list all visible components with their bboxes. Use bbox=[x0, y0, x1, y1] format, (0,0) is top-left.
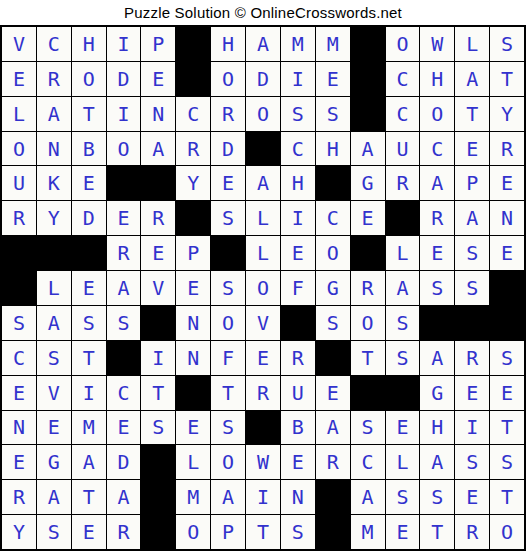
cell-r9c8: V bbox=[246, 306, 280, 340]
cell-r11c4: C bbox=[107, 376, 141, 410]
cell-r5c7: E bbox=[211, 166, 245, 200]
block-r6c12 bbox=[386, 201, 420, 235]
cell-r7c12: L bbox=[386, 236, 420, 270]
cell-r4c2: N bbox=[37, 132, 71, 166]
block-r11c11 bbox=[351, 376, 385, 410]
cell-r15c14: R bbox=[455, 515, 489, 549]
cell-r4c1: O bbox=[2, 132, 36, 166]
cell-r13c14: S bbox=[455, 445, 489, 479]
cell-r4c5: A bbox=[141, 132, 175, 166]
cell-r15c12: E bbox=[386, 515, 420, 549]
block-r8c1 bbox=[2, 271, 36, 305]
cell-r1c10: M bbox=[316, 27, 350, 61]
cell-r1c3: H bbox=[72, 27, 106, 61]
block-r9c5 bbox=[141, 306, 175, 340]
cell-r14c9: N bbox=[281, 480, 315, 514]
cell-r5c12: R bbox=[386, 166, 420, 200]
block-r10c4 bbox=[107, 341, 141, 375]
cell-r3c1: L bbox=[2, 97, 36, 131]
cell-r14c8: I bbox=[246, 480, 280, 514]
cell-r10c2: S bbox=[37, 341, 71, 375]
cell-r3c3: T bbox=[72, 97, 106, 131]
cell-r7c8: L bbox=[246, 236, 280, 270]
cell-r11c15: E bbox=[490, 376, 524, 410]
crossword-grid: VCHIPHAMMOWLSERODEODIECHATLATINCROSSCOTY… bbox=[0, 25, 526, 551]
cell-r11c5: T bbox=[141, 376, 175, 410]
cell-r9c7: O bbox=[211, 306, 245, 340]
cell-r5c2: K bbox=[37, 166, 71, 200]
cell-r12c9: B bbox=[281, 411, 315, 445]
block-r14c10 bbox=[316, 480, 350, 514]
cell-r13c12: L bbox=[386, 445, 420, 479]
cell-r13c1: E bbox=[2, 445, 36, 479]
cell-r2c8: D bbox=[246, 62, 280, 96]
cell-r4c12: U bbox=[386, 132, 420, 166]
cell-r13c6: L bbox=[176, 445, 210, 479]
cell-r1c9: M bbox=[281, 27, 315, 61]
cell-r15c9: S bbox=[281, 515, 315, 549]
cell-r10c1: C bbox=[2, 341, 36, 375]
cell-r8c7: S bbox=[211, 271, 245, 305]
block-r3c11 bbox=[351, 97, 385, 131]
cell-r12c11: S bbox=[351, 411, 385, 445]
cell-r15c4: R bbox=[107, 515, 141, 549]
cell-r6c11: E bbox=[351, 201, 385, 235]
cell-r6c7: S bbox=[211, 201, 245, 235]
cell-r3c7: R bbox=[211, 97, 245, 131]
block-r7c1 bbox=[2, 236, 36, 270]
cell-r13c4: D bbox=[107, 445, 141, 479]
cell-r8c9: F bbox=[281, 271, 315, 305]
cell-r10c6: N bbox=[176, 341, 210, 375]
cell-r2c4: D bbox=[107, 62, 141, 96]
cell-r2c13: H bbox=[420, 62, 454, 96]
block-r10c10 bbox=[316, 341, 350, 375]
cell-r12c3: M bbox=[72, 411, 106, 445]
cell-r11c3: I bbox=[72, 376, 106, 410]
cell-r9c6: N bbox=[176, 306, 210, 340]
crossword-solution-page: Puzzle Solution © OnlineCrosswords.net V… bbox=[0, 0, 526, 551]
cell-r2c7: O bbox=[211, 62, 245, 96]
block-r11c12 bbox=[386, 376, 420, 410]
cell-r15c11: M bbox=[351, 515, 385, 549]
cell-r12c14: I bbox=[455, 411, 489, 445]
cell-r10c3: T bbox=[72, 341, 106, 375]
cell-r13c15: S bbox=[490, 445, 524, 479]
cell-r3c12: C bbox=[386, 97, 420, 131]
cell-r7c14: S bbox=[455, 236, 489, 270]
cell-r14c3: T bbox=[72, 480, 106, 514]
cell-r11c1: E bbox=[2, 376, 36, 410]
block-r7c11 bbox=[351, 236, 385, 270]
cell-r8c3: E bbox=[72, 271, 106, 305]
cell-r6c9: I bbox=[281, 201, 315, 235]
cell-r2c2: R bbox=[37, 62, 71, 96]
cell-r14c1: R bbox=[2, 480, 36, 514]
cell-r7c5: E bbox=[141, 236, 175, 270]
block-r8c15 bbox=[490, 271, 524, 305]
cell-r9c4: S bbox=[107, 306, 141, 340]
cell-r10c5: I bbox=[141, 341, 175, 375]
cell-r11c13: G bbox=[420, 376, 454, 410]
cell-r1c2: C bbox=[37, 27, 71, 61]
cell-r8c6: E bbox=[176, 271, 210, 305]
cell-r3c5: N bbox=[141, 97, 175, 131]
cell-r7c9: E bbox=[281, 236, 315, 270]
cell-r4c15: R bbox=[490, 132, 524, 166]
cell-r9c2: A bbox=[37, 306, 71, 340]
cell-r4c13: C bbox=[420, 132, 454, 166]
cell-r7c10: O bbox=[316, 236, 350, 270]
cell-r7c13: E bbox=[420, 236, 454, 270]
cell-r8c8: O bbox=[246, 271, 280, 305]
block-r7c2 bbox=[37, 236, 71, 270]
cell-r7c15: E bbox=[490, 236, 524, 270]
cell-r5c13: A bbox=[420, 166, 454, 200]
block-r13c5 bbox=[141, 445, 175, 479]
cell-r12c12: E bbox=[386, 411, 420, 445]
cell-r6c2: Y bbox=[37, 201, 71, 235]
cell-r13c3: A bbox=[72, 445, 106, 479]
cell-r8c4: A bbox=[107, 271, 141, 305]
cell-r11c7: T bbox=[211, 376, 245, 410]
cell-r6c3: D bbox=[72, 201, 106, 235]
block-r9c14 bbox=[455, 306, 489, 340]
cell-r5c9: H bbox=[281, 166, 315, 200]
cell-r1c12: O bbox=[386, 27, 420, 61]
block-r12c8 bbox=[246, 411, 280, 445]
cell-r8c2: L bbox=[37, 271, 71, 305]
cell-r9c12: S bbox=[386, 306, 420, 340]
block-r7c7 bbox=[211, 236, 245, 270]
cell-r13c9: E bbox=[281, 445, 315, 479]
cell-r8c11: R bbox=[351, 271, 385, 305]
cell-r10c8: E bbox=[246, 341, 280, 375]
cell-r10c9: R bbox=[281, 341, 315, 375]
cell-r10c11: T bbox=[351, 341, 385, 375]
cell-r11c14: E bbox=[455, 376, 489, 410]
block-r5c10 bbox=[316, 166, 350, 200]
block-r14c5 bbox=[141, 480, 175, 514]
cell-r14c15: T bbox=[490, 480, 524, 514]
cell-r15c8: T bbox=[246, 515, 280, 549]
cell-r4c4: O bbox=[107, 132, 141, 166]
cell-r12c13: H bbox=[420, 411, 454, 445]
cell-r3c14: T bbox=[455, 97, 489, 131]
cell-r2c3: O bbox=[72, 62, 106, 96]
cell-r9c11: O bbox=[351, 306, 385, 340]
cell-r3c15: Y bbox=[490, 97, 524, 131]
cell-r15c7: P bbox=[211, 515, 245, 549]
cell-r12c6: E bbox=[176, 411, 210, 445]
cell-r6c5: R bbox=[141, 201, 175, 235]
cell-r15c13: T bbox=[420, 515, 454, 549]
cell-r11c9: U bbox=[281, 376, 315, 410]
cell-r4c11: A bbox=[351, 132, 385, 166]
cell-r6c8: L bbox=[246, 201, 280, 235]
cell-r10c14: R bbox=[455, 341, 489, 375]
cell-r4c9: C bbox=[281, 132, 315, 166]
cell-r11c8: R bbox=[246, 376, 280, 410]
cell-r1c4: I bbox=[107, 27, 141, 61]
cell-r5c14: P bbox=[455, 166, 489, 200]
cell-r8c14: S bbox=[455, 271, 489, 305]
cell-r8c10: G bbox=[316, 271, 350, 305]
block-r1c11 bbox=[351, 27, 385, 61]
cell-r3c4: I bbox=[107, 97, 141, 131]
cell-r12c4: E bbox=[107, 411, 141, 445]
block-r9c15 bbox=[490, 306, 524, 340]
block-r7c3 bbox=[72, 236, 106, 270]
cell-r5c1: U bbox=[2, 166, 36, 200]
cell-r2c15: T bbox=[490, 62, 524, 96]
cell-r1c15: S bbox=[490, 27, 524, 61]
block-r2c11 bbox=[351, 62, 385, 96]
cell-r4c3: B bbox=[72, 132, 106, 166]
cell-r15c2: S bbox=[37, 515, 71, 549]
cell-r9c1: S bbox=[2, 306, 36, 340]
cell-r7c6: P bbox=[176, 236, 210, 270]
cell-r15c1: Y bbox=[2, 515, 36, 549]
block-r11c6 bbox=[176, 376, 210, 410]
cell-r9c10: S bbox=[316, 306, 350, 340]
cell-r12c1: N bbox=[2, 411, 36, 445]
cell-r5c6: Y bbox=[176, 166, 210, 200]
cell-r12c10: A bbox=[316, 411, 350, 445]
cell-r6c15: N bbox=[490, 201, 524, 235]
cell-r14c12: S bbox=[386, 480, 420, 514]
block-r15c10 bbox=[316, 515, 350, 549]
cell-r15c15: O bbox=[490, 515, 524, 549]
cell-r6c13: R bbox=[420, 201, 454, 235]
block-r6c6 bbox=[176, 201, 210, 235]
block-r2c6 bbox=[176, 62, 210, 96]
cell-r13c10: R bbox=[316, 445, 350, 479]
cell-r14c6: M bbox=[176, 480, 210, 514]
cell-r11c10: E bbox=[316, 376, 350, 410]
cell-r6c1: R bbox=[2, 201, 36, 235]
cell-r14c13: S bbox=[420, 480, 454, 514]
cell-r2c10: E bbox=[316, 62, 350, 96]
cell-r13c2: G bbox=[37, 445, 71, 479]
cell-r10c12: S bbox=[386, 341, 420, 375]
cell-r7c4: R bbox=[107, 236, 141, 270]
cell-r5c3: E bbox=[72, 166, 106, 200]
cell-r13c8: W bbox=[246, 445, 280, 479]
cell-r9c3: S bbox=[72, 306, 106, 340]
cell-r6c14: A bbox=[455, 201, 489, 235]
block-r5c4 bbox=[107, 166, 141, 200]
block-r15c5 bbox=[141, 515, 175, 549]
cell-r5c11: G bbox=[351, 166, 385, 200]
cell-r14c7: A bbox=[211, 480, 245, 514]
cell-r1c13: W bbox=[420, 27, 454, 61]
cell-r13c11: C bbox=[351, 445, 385, 479]
cell-r5c8: A bbox=[246, 166, 280, 200]
cell-r11c2: V bbox=[37, 376, 71, 410]
cell-r12c7: S bbox=[211, 411, 245, 445]
block-r9c9 bbox=[281, 306, 315, 340]
cell-r13c7: O bbox=[211, 445, 245, 479]
cell-r4c14: E bbox=[455, 132, 489, 166]
cell-r14c14: E bbox=[455, 480, 489, 514]
cell-r2c5: E bbox=[141, 62, 175, 96]
cell-r3c8: O bbox=[246, 97, 280, 131]
cell-r14c2: A bbox=[37, 480, 71, 514]
cell-r1c8: A bbox=[246, 27, 280, 61]
cell-r15c3: E bbox=[72, 515, 106, 549]
cell-r3c2: A bbox=[37, 97, 71, 131]
cell-r15c6: O bbox=[176, 515, 210, 549]
cell-r13c13: A bbox=[420, 445, 454, 479]
cell-r8c13: S bbox=[420, 271, 454, 305]
cell-r6c10: C bbox=[316, 201, 350, 235]
cell-r5c15: E bbox=[490, 166, 524, 200]
cell-r1c14: L bbox=[455, 27, 489, 61]
cell-r1c7: H bbox=[211, 27, 245, 61]
cell-r10c7: F bbox=[211, 341, 245, 375]
cell-r3c10: S bbox=[316, 97, 350, 131]
block-r1c6 bbox=[176, 27, 210, 61]
cell-r2c1: E bbox=[2, 62, 36, 96]
cell-r4c6: R bbox=[176, 132, 210, 166]
cell-r10c15: S bbox=[490, 341, 524, 375]
page-title: Puzzle Solution © OnlineCrosswords.net bbox=[0, 0, 526, 25]
block-r5c5 bbox=[141, 166, 175, 200]
cell-r3c9: S bbox=[281, 97, 315, 131]
cell-r14c11: A bbox=[351, 480, 385, 514]
cell-r3c13: O bbox=[420, 97, 454, 131]
block-r4c8 bbox=[246, 132, 280, 166]
cell-r12c15: T bbox=[490, 411, 524, 445]
cell-r4c7: D bbox=[211, 132, 245, 166]
cell-r12c2: E bbox=[37, 411, 71, 445]
cell-r14c4: A bbox=[107, 480, 141, 514]
cell-r8c5: V bbox=[141, 271, 175, 305]
cell-r2c9: I bbox=[281, 62, 315, 96]
cell-r2c14: A bbox=[455, 62, 489, 96]
cell-r10c13: A bbox=[420, 341, 454, 375]
cell-r1c5: P bbox=[141, 27, 175, 61]
cell-r12c5: S bbox=[141, 411, 175, 445]
cell-r4c10: H bbox=[316, 132, 350, 166]
block-r9c13 bbox=[420, 306, 454, 340]
cell-r3c6: C bbox=[176, 97, 210, 131]
cell-r6c4: E bbox=[107, 201, 141, 235]
cell-r8c12: A bbox=[386, 271, 420, 305]
cell-r1c1: V bbox=[2, 27, 36, 61]
cell-r2c12: C bbox=[386, 62, 420, 96]
